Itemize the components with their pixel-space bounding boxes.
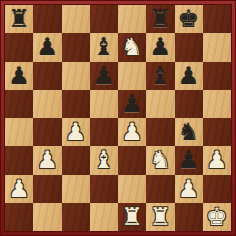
square-d2[interactable] [90, 175, 118, 203]
square-a3[interactable] [5, 146, 33, 174]
square-e5[interactable]: ♟ [118, 90, 146, 118]
square-d8[interactable] [90, 5, 118, 33]
square-b8[interactable] [33, 5, 61, 33]
square-f4[interactable] [146, 118, 174, 146]
square-c3[interactable] [62, 146, 90, 174]
square-h4[interactable] [203, 118, 231, 146]
square-d5[interactable] [90, 90, 118, 118]
square-h5[interactable] [203, 90, 231, 118]
square-h7[interactable] [203, 33, 231, 61]
black-king[interactable]: ♚ [178, 5, 200, 33]
square-f3[interactable]: ♞ [146, 146, 174, 174]
square-g4[interactable]: ♞ [175, 118, 203, 146]
square-f8[interactable]: ♜ [146, 5, 174, 33]
black-pawn[interactable]: ♟ [178, 146, 200, 174]
square-g8[interactable]: ♚ [175, 5, 203, 33]
square-g3[interactable]: ♟ [175, 146, 203, 174]
square-h1[interactable]: ♚ [203, 203, 231, 231]
square-a7[interactable] [5, 33, 33, 61]
square-e1[interactable]: ♜ [118, 203, 146, 231]
square-f7[interactable]: ♟ [146, 33, 174, 61]
square-c6[interactable] [62, 62, 90, 90]
chess-board: ♜♜♚♟♝♞♟♟♟♝♟♟♟♟♞♟♝♞♟♟♟♟♜♜♚ [5, 5, 231, 231]
white-knight[interactable]: ♞ [121, 33, 143, 61]
white-rook[interactable]: ♜ [150, 203, 172, 231]
square-a2[interactable]: ♟ [5, 175, 33, 203]
square-h2[interactable] [203, 175, 231, 203]
white-rook[interactable]: ♜ [121, 203, 143, 231]
square-d6[interactable]: ♟ [90, 62, 118, 90]
square-f6[interactable]: ♝ [146, 62, 174, 90]
square-c4[interactable]: ♟ [62, 118, 90, 146]
square-b1[interactable] [33, 203, 61, 231]
square-b3[interactable]: ♟ [33, 146, 61, 174]
square-b6[interactable] [33, 62, 61, 90]
square-g2[interactable]: ♟ [175, 175, 203, 203]
square-f1[interactable]: ♜ [146, 203, 174, 231]
black-pawn[interactable]: ♟ [37, 33, 59, 61]
square-f2[interactable] [146, 175, 174, 203]
square-g7[interactable] [175, 33, 203, 61]
square-b4[interactable] [33, 118, 61, 146]
white-king[interactable]: ♚ [206, 203, 228, 231]
square-h6[interactable] [203, 62, 231, 90]
square-e6[interactable] [118, 62, 146, 90]
white-pawn[interactable]: ♟ [121, 118, 143, 146]
square-e3[interactable] [118, 146, 146, 174]
square-c5[interactable] [62, 90, 90, 118]
black-bishop[interactable]: ♝ [93, 33, 115, 61]
black-rook[interactable]: ♜ [150, 5, 172, 33]
black-pawn[interactable]: ♟ [150, 33, 172, 61]
black-pawn[interactable]: ♟ [178, 62, 200, 90]
square-d7[interactable]: ♝ [90, 33, 118, 61]
square-a6[interactable]: ♟ [5, 62, 33, 90]
square-a8[interactable]: ♜ [5, 5, 33, 33]
white-pawn[interactable]: ♟ [8, 175, 30, 203]
board-frame: ♜♜♚♟♝♞♟♟♟♝♟♟♟♟♞♟♝♞♟♟♟♟♜♜♚ [0, 0, 236, 236]
square-h3[interactable]: ♟ [203, 146, 231, 174]
square-a4[interactable] [5, 118, 33, 146]
square-b5[interactable] [33, 90, 61, 118]
square-g1[interactable] [175, 203, 203, 231]
square-h8[interactable] [203, 5, 231, 33]
white-pawn[interactable]: ♟ [37, 146, 59, 174]
black-pawn[interactable]: ♟ [8, 62, 30, 90]
white-pawn[interactable]: ♟ [178, 175, 200, 203]
square-d4[interactable] [90, 118, 118, 146]
white-pawn[interactable]: ♟ [206, 146, 228, 174]
square-f5[interactable] [146, 90, 174, 118]
white-bishop[interactable]: ♝ [93, 146, 115, 174]
square-a1[interactable] [5, 203, 33, 231]
square-c8[interactable] [62, 5, 90, 33]
white-pawn[interactable]: ♟ [65, 118, 87, 146]
square-e8[interactable] [118, 5, 146, 33]
square-g6[interactable]: ♟ [175, 62, 203, 90]
square-a5[interactable] [5, 90, 33, 118]
square-c7[interactable] [62, 33, 90, 61]
white-knight[interactable]: ♞ [150, 146, 172, 174]
black-bishop[interactable]: ♝ [150, 62, 172, 90]
black-rook[interactable]: ♜ [8, 5, 30, 33]
square-e4[interactable]: ♟ [118, 118, 146, 146]
square-d1[interactable] [90, 203, 118, 231]
square-b2[interactable] [33, 175, 61, 203]
square-d3[interactable]: ♝ [90, 146, 118, 174]
square-c2[interactable] [62, 175, 90, 203]
square-g5[interactable] [175, 90, 203, 118]
square-b7[interactable]: ♟ [33, 33, 61, 61]
square-e2[interactable] [118, 175, 146, 203]
black-knight[interactable]: ♞ [178, 118, 200, 146]
black-pawn[interactable]: ♟ [93, 62, 115, 90]
black-pawn[interactable]: ♟ [121, 90, 143, 118]
square-c1[interactable] [62, 203, 90, 231]
square-e7[interactable]: ♞ [118, 33, 146, 61]
